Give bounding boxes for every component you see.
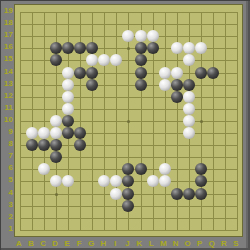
black-stone — [50, 42, 62, 54]
grid-line-vertical — [165, 12, 166, 231]
col-label-P: P — [194, 240, 206, 248]
white-stone — [183, 103, 195, 115]
white-stone — [110, 54, 122, 66]
white-stone — [183, 42, 195, 54]
row-label-13: 13 — [1, 80, 13, 88]
white-stone — [159, 79, 171, 91]
row-label-10: 10 — [1, 116, 13, 124]
grid-line-vertical — [237, 12, 238, 231]
white-stone — [147, 175, 159, 187]
black-stone — [50, 54, 62, 66]
row-label-8: 8 — [1, 140, 13, 148]
col-label-O: O — [182, 240, 194, 248]
col-label-K: K — [134, 240, 146, 248]
black-stone — [171, 188, 183, 200]
col-label-H: H — [97, 240, 109, 248]
row-label-14: 14 — [1, 68, 13, 76]
black-stone — [122, 175, 134, 187]
white-stone — [147, 30, 159, 42]
white-stone — [62, 79, 74, 91]
white-stone — [110, 175, 122, 187]
row-label-6: 6 — [1, 164, 13, 172]
black-stone — [74, 67, 86, 79]
col-label-E: E — [61, 240, 73, 248]
white-stone — [159, 163, 171, 175]
black-stone — [171, 79, 183, 91]
black-stone — [147, 42, 159, 54]
black-stone — [135, 163, 147, 175]
grid-line-horizontal — [20, 218, 238, 219]
white-stone — [183, 54, 195, 66]
white-stone — [50, 115, 62, 127]
row-label-3: 3 — [1, 201, 13, 209]
black-stone — [135, 67, 147, 79]
white-stone — [183, 127, 195, 139]
black-stone — [135, 79, 147, 91]
black-stone — [195, 67, 207, 79]
white-stone — [86, 54, 98, 66]
white-stone — [38, 163, 50, 175]
grid-line-vertical — [225, 12, 226, 231]
go-board[interactable] — [14, 4, 243, 237]
col-label-G: G — [85, 240, 97, 248]
col-label-A: A — [13, 240, 25, 248]
star-point — [200, 120, 203, 123]
black-stone — [62, 115, 74, 127]
black-stone — [135, 42, 147, 54]
black-stone — [26, 139, 38, 151]
col-label-M: M — [158, 240, 170, 248]
row-label-1: 1 — [1, 225, 13, 233]
white-stone — [122, 30, 134, 42]
star-point — [55, 193, 58, 196]
black-stone — [171, 91, 183, 103]
star-point — [127, 120, 130, 123]
white-stone — [183, 91, 195, 103]
white-stone — [50, 175, 62, 187]
col-label-I: I — [109, 240, 121, 248]
white-stone — [62, 67, 74, 79]
white-stone — [62, 175, 74, 187]
col-label-Q: Q — [206, 240, 218, 248]
white-stone — [171, 67, 183, 79]
white-stone — [98, 175, 110, 187]
white-stone — [183, 115, 195, 127]
black-stone — [183, 188, 195, 200]
col-label-J: J — [121, 240, 133, 248]
black-stone — [38, 139, 50, 151]
white-stone — [110, 188, 122, 200]
black-stone — [195, 175, 207, 187]
row-label-2: 2 — [1, 213, 13, 221]
row-label-16: 16 — [1, 43, 13, 51]
black-stone — [207, 67, 219, 79]
row-label-9: 9 — [1, 128, 13, 136]
black-stone — [74, 42, 86, 54]
black-stone — [50, 151, 62, 163]
black-stone — [86, 79, 98, 91]
row-label-12: 12 — [1, 92, 13, 100]
black-stone — [62, 127, 74, 139]
col-label-L: L — [146, 240, 158, 248]
col-label-S: S — [230, 240, 242, 248]
col-label-D: D — [49, 240, 61, 248]
white-stone — [159, 175, 171, 187]
row-label-17: 17 — [1, 31, 13, 39]
white-stone — [195, 42, 207, 54]
grid-line-horizontal — [20, 230, 238, 231]
white-stone — [135, 30, 147, 42]
black-stone — [86, 42, 98, 54]
black-stone — [183, 79, 195, 91]
col-label-N: N — [170, 240, 182, 248]
black-stone — [122, 200, 134, 212]
row-label-7: 7 — [1, 152, 13, 160]
white-stone — [38, 127, 50, 139]
white-stone — [159, 67, 171, 79]
black-stone — [135, 54, 147, 66]
black-stone — [195, 163, 207, 175]
white-stone — [50, 127, 62, 139]
row-label-11: 11 — [1, 104, 13, 112]
white-stone — [98, 54, 110, 66]
white-stone — [26, 127, 38, 139]
row-label-5: 5 — [1, 176, 13, 184]
black-stone — [122, 163, 134, 175]
black-stone — [74, 139, 86, 151]
black-stone — [86, 67, 98, 79]
black-stone — [50, 139, 62, 151]
black-stone — [122, 188, 134, 200]
row-label-19: 19 — [1, 7, 13, 15]
white-stone — [62, 103, 74, 115]
black-stone — [195, 188, 207, 200]
window-shadow-right — [246, 1, 250, 250]
goban-window: 19181716151413121110987654321 ABCDEFGHIJ… — [0, 0, 250, 250]
row-label-18: 18 — [1, 19, 13, 27]
col-label-R: R — [218, 240, 230, 248]
col-label-C: C — [37, 240, 49, 248]
black-stone — [62, 42, 74, 54]
row-label-4: 4 — [1, 189, 13, 197]
col-label-F: F — [73, 240, 85, 248]
black-stone — [74, 127, 86, 139]
grid-line-vertical — [213, 12, 214, 231]
white-stone — [171, 42, 183, 54]
col-label-B: B — [25, 240, 37, 248]
row-label-15: 15 — [1, 55, 13, 63]
white-stone — [62, 91, 74, 103]
